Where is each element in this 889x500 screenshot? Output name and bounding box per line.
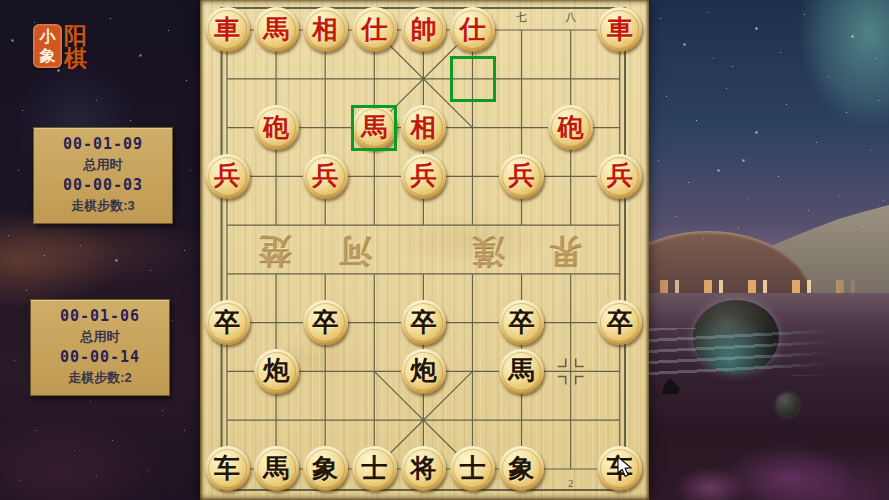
board-point-3-0[interactable]: 相 — [301, 6, 350, 55]
logo-stamp: 小 象 — [33, 24, 62, 68]
piece-glyph: 兵 — [214, 163, 240, 189]
board-point-4-4[interactable] — [350, 201, 399, 250]
board-point-1-6[interactable]: 卒 — [203, 298, 252, 347]
board-point-7-3[interactable]: 兵 — [497, 152, 546, 201]
board-point-9-5[interactable] — [595, 249, 644, 298]
stars-left — [0, 0, 1, 1]
piece-glyph: 卒 — [607, 310, 633, 336]
black-advisor-piece[interactable]: 士 — [352, 446, 397, 491]
red-steps-label: 走棋步数:3 — [36, 197, 170, 215]
board-point-7-1[interactable] — [497, 54, 546, 103]
board-point-3-6[interactable]: 卒 — [301, 298, 350, 347]
piece-glyph: 車 — [607, 17, 633, 43]
board-point-2-5[interactable] — [252, 249, 301, 298]
piece-glyph: 象 — [509, 456, 535, 482]
red-total-time: 00-01-09 — [36, 135, 170, 153]
black-soldier-piece[interactable]: 卒 — [205, 300, 250, 345]
red-soldier-piece[interactable]: 兵 — [499, 154, 544, 199]
board-point-4-3[interactable] — [350, 152, 399, 201]
board-point-3-8[interactable] — [301, 396, 350, 445]
red-advisor-piece[interactable]: 仕 — [450, 7, 495, 52]
board-point-5-1[interactable] — [399, 54, 448, 103]
red-advisor-piece[interactable]: 仕 — [352, 7, 397, 52]
black-total-time-label: 总用时 — [33, 328, 167, 346]
board-point-8-2[interactable]: 砲 — [546, 103, 595, 152]
board-point-5-6[interactable]: 卒 — [399, 298, 448, 347]
board-point-8-7[interactable] — [546, 347, 595, 396]
board-point-5-0[interactable]: 帥 — [399, 6, 448, 55]
red-move-time: 00-00-03 — [36, 176, 170, 194]
board-point-2-3[interactable] — [252, 152, 301, 201]
red-chariot-piece[interactable]: 車 — [597, 7, 642, 52]
piece-layer: 車馬相仕帥仕車砲馬相砲兵兵兵兵兵卒卒卒卒卒炮炮馬车馬象士将士象车 — [203, 6, 645, 494]
board-point-4-8[interactable] — [350, 396, 399, 445]
board-point-9-3[interactable]: 兵 — [595, 152, 644, 201]
piece-glyph: 兵 — [607, 163, 633, 189]
board-point-9-2[interactable] — [595, 103, 644, 152]
board-point-5-3[interactable]: 兵 — [399, 152, 448, 201]
board-point-2-4[interactable] — [252, 201, 301, 250]
board-point-2-0[interactable]: 馬 — [252, 6, 301, 55]
board-point-6-4[interactable] — [448, 201, 497, 250]
app-logo: 小 象 阳 棋 — [33, 24, 87, 70]
board-point-5-9[interactable]: 将 — [399, 444, 448, 493]
board-point-1-4[interactable] — [203, 201, 252, 250]
board-point-8-8[interactable] — [546, 396, 595, 445]
black-chariot-piece[interactable]: 车 — [205, 446, 250, 491]
logo-char-bottom: 棋 — [64, 47, 87, 70]
red-cannon-piece[interactable]: 砲 — [548, 105, 593, 150]
board-point-4-5[interactable] — [350, 249, 399, 298]
board-point-7-9[interactable]: 象 — [497, 444, 546, 493]
game-window: 小 象 阳 棋 00-01-09 总用时 00-00-03 走棋步数:3 00-… — [0, 0, 889, 500]
board-point-2-1[interactable] — [252, 54, 301, 103]
piece-glyph: 帥 — [410, 17, 436, 43]
piece-glyph: 馬 — [509, 358, 535, 384]
piece-glyph: 炮 — [263, 358, 289, 384]
board-point-1-9[interactable]: 车 — [203, 444, 252, 493]
board-point-3-5[interactable] — [301, 249, 350, 298]
piece-glyph: 卒 — [509, 310, 535, 336]
black-soldier-piece[interactable]: 卒 — [303, 300, 348, 345]
logo-stamp-char-bottom: 象 — [40, 46, 56, 65]
board-point-8-5[interactable] — [546, 249, 595, 298]
board-point-8-3[interactable] — [546, 152, 595, 201]
logo-text: 阳 棋 — [64, 24, 87, 70]
planetscape-background-right — [648, 0, 889, 500]
board-point-2-8[interactable] — [252, 396, 301, 445]
piece-glyph: 仕 — [460, 17, 486, 43]
piece-glyph: 相 — [312, 17, 338, 43]
red-soldier-piece[interactable]: 兵 — [205, 154, 250, 199]
black-cannon-piece[interactable]: 炮 — [401, 349, 446, 394]
board-point-7-5[interactable] — [497, 249, 546, 298]
piece-glyph: 车 — [214, 456, 240, 482]
board-point-4-2[interactable]: 馬 — [350, 103, 399, 152]
black-advisor-piece[interactable]: 士 — [450, 446, 495, 491]
logo-char-top: 阳 — [64, 24, 87, 47]
board-point-8-4[interactable] — [546, 201, 595, 250]
red-cannon-piece[interactable]: 砲 — [254, 105, 299, 150]
piece-glyph: 将 — [410, 456, 436, 482]
board-point-5-4[interactable] — [399, 201, 448, 250]
board-point-9-8[interactable] — [595, 396, 644, 445]
red-general-piece[interactable]: 帥 — [401, 7, 446, 52]
black-horse-piece[interactable]: 馬 — [254, 446, 299, 491]
water-reflections — [648, 328, 828, 376]
piece-glyph: 馬 — [263, 456, 289, 482]
red-soldier-piece[interactable]: 兵 — [303, 154, 348, 199]
red-soldier-piece[interactable]: 兵 — [401, 154, 446, 199]
red-player-clock-panel: 00-01-09 总用时 00-00-03 走棋步数:3 — [33, 127, 173, 224]
board-point-6-3[interactable] — [448, 152, 497, 201]
board-point-5-5[interactable] — [399, 249, 448, 298]
black-elephant-piece[interactable]: 象 — [303, 446, 348, 491]
black-soldier-piece[interactable]: 卒 — [499, 300, 544, 345]
board-point-9-1[interactable] — [595, 54, 644, 103]
board-point-2-2[interactable]: 砲 — [252, 103, 301, 152]
red-chariot-piece[interactable]: 車 — [205, 7, 250, 52]
board-point-7-4[interactable] — [497, 201, 546, 250]
board-point-6-6[interactable] — [448, 298, 497, 347]
piece-glyph: 馬 — [263, 17, 289, 43]
board-point-6-0[interactable]: 仕 — [448, 6, 497, 55]
board-point-3-1[interactable] — [301, 54, 350, 103]
xiangqi-board[interactable]: 楚河漢界 七八2 車馬相仕帥仕車砲馬相砲兵兵兵兵兵卒卒卒卒卒炮炮馬车馬象士将士象… — [200, 0, 649, 500]
board-point-6-9[interactable]: 士 — [448, 444, 497, 493]
board-point-8-9[interactable] — [546, 444, 595, 493]
board-point-3-9[interactable]: 象 — [301, 444, 350, 493]
black-elephant-piece[interactable]: 象 — [499, 446, 544, 491]
black-player-clock-panel: 00-01-06 总用时 00-00-14 走棋步数:2 — [30, 299, 170, 396]
board-point-1-1[interactable] — [203, 54, 252, 103]
board-point-7-6[interactable]: 卒 — [497, 298, 546, 347]
red-horse-piece[interactable]: 馬 — [254, 7, 299, 52]
board-point-7-2[interactable] — [497, 103, 546, 152]
board-point-5-2[interactable]: 相 — [399, 103, 448, 152]
board-point-4-9[interactable]: 士 — [350, 444, 399, 493]
board-point-3-7[interactable] — [301, 347, 350, 396]
board-point-2-9[interactable]: 馬 — [252, 444, 301, 493]
piece-glyph: 兵 — [509, 163, 535, 189]
red-horse-piece[interactable]: 馬 — [352, 105, 397, 150]
board-point-7-8[interactable] — [497, 396, 546, 445]
board-point-9-7[interactable] — [595, 347, 644, 396]
black-general-piece[interactable]: 将 — [401, 446, 446, 491]
board-point-6-7[interactable] — [448, 347, 497, 396]
board-point-3-2[interactable] — [301, 103, 350, 152]
mouse-cursor — [617, 456, 633, 482]
red-total-time-label: 总用时 — [36, 156, 170, 174]
board-point-1-3[interactable]: 兵 — [203, 152, 252, 201]
black-total-time: 00-01-06 — [33, 307, 167, 325]
piece-glyph: 砲 — [263, 115, 289, 141]
black-soldier-piece[interactable]: 卒 — [597, 300, 642, 345]
piece-glyph: 卒 — [410, 310, 436, 336]
board-point-1-2[interactable] — [203, 103, 252, 152]
board-point-6-5[interactable] — [448, 249, 497, 298]
board-point-6-2[interactable] — [448, 103, 497, 152]
starfield-background-left — [0, 0, 201, 500]
board-point-4-7[interactable] — [350, 347, 399, 396]
logo-stamp-char-top: 小 — [40, 27, 56, 46]
piece-glyph: 砲 — [558, 115, 584, 141]
board-point-1-7[interactable] — [203, 347, 252, 396]
piece-glyph: 士 — [460, 456, 486, 482]
piece-glyph: 馬 — [361, 115, 387, 141]
piece-glyph: 卒 — [312, 310, 338, 336]
piece-glyph: 象 — [312, 456, 338, 482]
piece-glyph: 兵 — [312, 163, 338, 189]
black-steps-label: 走棋步数:2 — [33, 369, 167, 387]
black-horse-piece[interactable]: 馬 — [499, 349, 544, 394]
piece-glyph: 相 — [410, 115, 436, 141]
board-point-5-7[interactable]: 炮 — [399, 347, 448, 396]
board-point-1-0[interactable]: 車 — [203, 6, 252, 55]
board-point-1-8[interactable] — [203, 396, 252, 445]
board-point-9-0[interactable]: 車 — [595, 6, 644, 55]
piece-glyph: 仕 — [361, 17, 387, 43]
board-point-6-1[interactable] — [448, 54, 497, 103]
board-point-8-6[interactable] — [546, 298, 595, 347]
board-point-8-1[interactable] — [546, 54, 595, 103]
board-point-6-8[interactable] — [448, 396, 497, 445]
board-point-3-4[interactable] — [301, 201, 350, 250]
board-point-9-6[interactable]: 卒 — [595, 298, 644, 347]
red-elephant-piece[interactable]: 相 — [401, 105, 446, 150]
black-move-time: 00-00-14 — [33, 348, 167, 366]
purple-glow — [648, 400, 889, 500]
board-point-2-6[interactable] — [252, 298, 301, 347]
red-soldier-piece[interactable]: 兵 — [597, 154, 642, 199]
board-point-5-8[interactable] — [399, 396, 448, 445]
board-point-4-6[interactable] — [350, 298, 399, 347]
piece-glyph: 卒 — [214, 310, 240, 336]
board-point-2-7[interactable]: 炮 — [252, 347, 301, 396]
black-soldier-piece[interactable]: 卒 — [401, 300, 446, 345]
black-cannon-piece[interactable]: 炮 — [254, 349, 299, 394]
board-point-9-4[interactable] — [595, 201, 644, 250]
piece-glyph: 兵 — [410, 163, 436, 189]
board-point-4-0[interactable]: 仕 — [350, 6, 399, 55]
piece-glyph: 炮 — [410, 358, 436, 384]
board-point-3-3[interactable]: 兵 — [301, 152, 350, 201]
red-elephant-piece[interactable]: 相 — [303, 7, 348, 52]
board-point-7-0[interactable] — [497, 6, 546, 55]
board-point-4-1[interactable] — [350, 54, 399, 103]
piece-glyph: 車 — [214, 17, 240, 43]
board-point-7-7[interactable]: 馬 — [497, 347, 546, 396]
board-point-1-5[interactable] — [203, 249, 252, 298]
board-point-8-0[interactable] — [546, 6, 595, 55]
piece-glyph: 士 — [361, 456, 387, 482]
